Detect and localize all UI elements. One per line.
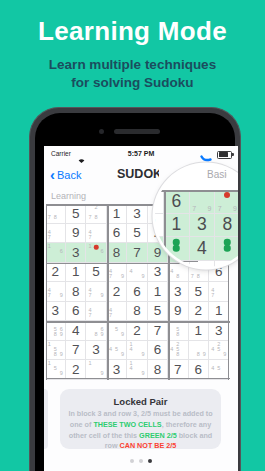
magnified-cell-r1c9: 79 — [215, 190, 238, 214]
cell-r6c7[interactable]: 9 — [168, 302, 188, 322]
nav-bar: ‹Back SUDOKU Basic — [44, 161, 238, 187]
magnified-cell-r3c9 — [215, 237, 238, 261]
cell-r2c4[interactable]: 6 — [107, 224, 127, 244]
cell-r7c7[interactable]: 58 — [168, 321, 188, 341]
banner-subtitle: Learn multiple techniques for solving Su… — [0, 56, 265, 92]
cell-r2c1[interactable]: 47 — [46, 224, 66, 244]
magnified-cell-r2c8: 3 — [190, 214, 216, 238]
front-camera-icon — [99, 129, 104, 134]
previous-card-sliver[interactable] — [44, 389, 48, 449]
cell-r6c2[interactable]: 6 — [66, 302, 86, 322]
cell-r6c8[interactable]: 2 — [189, 302, 209, 322]
phone-bezel: Carrier 5:57 PM ‹Back — [35, 113, 235, 471]
cell-r5c8[interactable]: 5 — [189, 282, 209, 302]
cell-r9c7[interactable]: 7 — [168, 360, 188, 380]
magnified-cell-r2c7: 1 — [164, 214, 190, 238]
magnified-cell-r2c9: 8 — [215, 214, 238, 238]
phone-screen: Carrier 5:57 PM ‹Back — [44, 146, 238, 471]
cell-r1c2[interactable]: 5 — [66, 204, 86, 224]
technique-text-segment-green: GREEN 2/5 — [139, 431, 177, 440]
technique-card[interactable]: Locked Pair In block 3 and row 3, 2/5 mu… — [60, 389, 221, 449]
cell-r5c7[interactable]: 3 — [168, 282, 188, 302]
cell-r4c2[interactable]: 1 — [66, 263, 86, 283]
cell-r3c1[interactable]: 16 — [46, 243, 66, 263]
cell-r6c4[interactable]: 47 — [107, 302, 127, 322]
cell-r3c4[interactable]: 8 — [107, 243, 127, 263]
cell-r3c2[interactable]: 3 — [66, 243, 86, 263]
battery-icon — [217, 151, 232, 159]
cell-r9c4[interactable]: 3 — [107, 360, 127, 380]
cell-r6c9[interactable]: 1 — [209, 302, 229, 322]
cell-r7c6[interactable]: 7 — [148, 321, 168, 341]
cell-r8c7[interactable]: 2458 — [168, 341, 188, 361]
banner-title: Learning Mode — [0, 16, 265, 47]
cell-r7c1[interactable]: 5689 — [46, 321, 66, 341]
cell-r3c5[interactable]: 7 — [127, 243, 147, 263]
cell-r7c5[interactable]: 2 — [127, 321, 147, 341]
cell-r2c3[interactable]: 47 — [86, 224, 106, 244]
cell-r7c4[interactable]: 59 — [107, 321, 127, 341]
cell-r1c4[interactable]: 1 — [107, 204, 127, 224]
cell-r5c6[interactable]: 1 — [148, 282, 168, 302]
technique-title: Locked Pair — [64, 396, 217, 407]
cell-r6c3[interactable]: 47 — [86, 302, 106, 322]
cell-r1c3[interactable]: 278 — [86, 204, 106, 224]
cell-r8c8[interactable]: 89 — [189, 341, 209, 361]
cell-r6c1[interactable]: 3 — [46, 302, 66, 322]
cell-r9c8[interactable]: 6 — [189, 360, 209, 380]
technique-text-segment-red: CAN NOT BE 2/5 — [120, 441, 177, 450]
back-label: Back — [57, 169, 81, 181]
cell-r9c6[interactable]: 8 — [148, 360, 168, 380]
cell-r4c4[interactable]: 479 — [107, 263, 127, 283]
magnified-cell-r3c8: 4 — [190, 237, 216, 261]
cell-r4c6[interactable]: 3 — [148, 263, 168, 283]
technique-text-segment-green: THESE TWO CELLS — [93, 420, 161, 429]
cell-r5c9[interactable]: 47 — [209, 282, 229, 302]
difficulty-label: Basic — [207, 169, 227, 180]
cell-r8c4[interactable]: 459 — [107, 341, 127, 361]
cell-r4c7[interactable]: 48 — [168, 263, 188, 283]
cell-r5c3[interactable]: 479 — [86, 282, 106, 302]
cell-r9c9[interactable]: 45 — [209, 360, 229, 380]
page-dot-1 — [130, 459, 134, 463]
cell-r8c9[interactable]: 2459 — [209, 341, 229, 361]
cell-r5c4[interactable]: 2 — [107, 282, 127, 302]
cell-r4c1[interactable]: 2 — [46, 263, 66, 283]
back-chevron-icon: ‹ — [50, 166, 55, 183]
cell-r1c1[interactable]: 78 — [46, 204, 66, 224]
banner-subtitle-line2: for solving Sudoku — [71, 75, 193, 90]
magnified-cell-r1c6: 4 — [155, 190, 164, 214]
cell-r9c5[interactable]: 149 — [127, 360, 147, 380]
cell-r7c9[interactable]: 3 — [209, 321, 229, 341]
back-button[interactable]: ‹Back — [50, 166, 81, 183]
page-dot-3 — [148, 459, 152, 463]
cell-r9c2[interactable]: 2 — [66, 360, 86, 380]
speaker-icon — [114, 129, 160, 134]
screenshot-root: Learning Mode Learn multiple techniques … — [0, 0, 265, 471]
phone-mockup: Carrier 5:57 PM ‹Back — [29, 107, 241, 471]
cell-r8c3[interactable]: 3 — [86, 341, 106, 361]
cell-r5c5[interactable]: 6 — [127, 282, 147, 302]
cell-r5c2[interactable]: 8 — [66, 282, 86, 302]
cell-r9c1[interactable]: 159 — [46, 360, 66, 380]
cell-r8c6[interactable]: 6 — [148, 341, 168, 361]
cell-r1c5[interactable]: 3 — [127, 204, 147, 224]
page-dots[interactable] — [44, 459, 238, 463]
status-bar: Carrier 5:57 PM — [44, 146, 238, 161]
page-dot-2 — [139, 459, 143, 463]
magnified-cell-r1c7: 6 — [164, 190, 190, 214]
cell-r7c2[interactable]: 4 — [66, 321, 86, 341]
cell-r6c6[interactable]: 5 — [148, 302, 168, 322]
cell-r3c3[interactable]: 16 — [86, 243, 106, 263]
magnified-cell-r1c8: 79 — [190, 190, 216, 214]
cell-r2c5[interactable]: 5 — [127, 224, 147, 244]
cell-r4c3[interactable]: 5 — [86, 263, 106, 283]
learning-label: Learning — [51, 191, 86, 201]
cell-r9c3[interactable]: 19 — [86, 360, 106, 380]
cell-r7c8[interactable]: 1 — [189, 321, 209, 341]
cell-r2c2[interactable]: 9 — [66, 224, 86, 244]
cell-r8c2[interactable]: 7 — [66, 341, 86, 361]
cell-r7c3[interactable]: 689 — [86, 321, 106, 341]
banner-subtitle-line1: Learn multiple techniques — [49, 57, 216, 72]
cell-r4c5[interactable]: 49 — [127, 263, 147, 283]
cell-r8c1[interactable]: 1589 — [46, 341, 66, 361]
cell-r5c1[interactable]: 479 — [46, 282, 66, 302]
cell-r6c5[interactable]: 8 — [127, 302, 147, 322]
cell-r8c5[interactable]: 149 — [127, 341, 147, 361]
page-title: SUDOKU — [117, 167, 159, 181]
technique-description: In block 3 and row 3, 2/5 must be added … — [67, 409, 214, 452]
